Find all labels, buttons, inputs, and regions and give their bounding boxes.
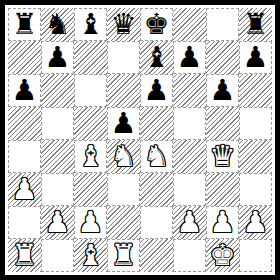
piece-white-rook-a1[interactable]: ♜ (12, 239, 38, 272)
square-a6[interactable]: ♟ (8, 74, 41, 107)
square-g3[interactable] (206, 173, 239, 206)
square-f6[interactable] (173, 74, 206, 107)
piece-white-knight-d4[interactable]: ♞ (111, 140, 137, 173)
square-a2[interactable] (8, 206, 41, 239)
square-d7[interactable] (107, 41, 140, 74)
piece-white-rook-d1[interactable]: ♜ (111, 239, 137, 272)
square-g2[interactable]: ♟ (206, 206, 239, 239)
square-h1[interactable] (239, 239, 272, 272)
square-h3[interactable] (239, 173, 272, 206)
square-d1[interactable]: ♜ (107, 239, 140, 272)
square-f4[interactable] (173, 140, 206, 173)
square-a3[interactable]: ♟ (8, 173, 41, 206)
square-c7[interactable] (74, 41, 107, 74)
square-f7[interactable]: ♟ (173, 41, 206, 74)
square-b5[interactable] (41, 107, 74, 140)
piece-black-pawn-f7[interactable]: ♟ (177, 41, 203, 74)
square-b2[interactable]: ♟ (41, 206, 74, 239)
square-d4[interactable]: ♞ (107, 140, 140, 173)
square-f2[interactable]: ♟ (173, 206, 206, 239)
piece-white-pawn-h2[interactable]: ♟ (243, 206, 269, 239)
piece-white-pawn-b2[interactable]: ♟ (45, 206, 71, 239)
piece-white-pawn-f2[interactable]: ♟ (177, 206, 203, 239)
square-a4[interactable] (8, 140, 41, 173)
square-f5[interactable] (173, 107, 206, 140)
square-e2[interactable] (140, 206, 173, 239)
square-e6[interactable]: ♟ (140, 74, 173, 107)
square-h6[interactable] (239, 74, 272, 107)
square-h5[interactable] (239, 107, 272, 140)
square-f3[interactable] (173, 173, 206, 206)
piece-black-queen-d8[interactable]: ♛ (111, 8, 137, 41)
square-g6[interactable]: ♟ (206, 74, 239, 107)
square-a8[interactable]: ♜ (8, 8, 41, 41)
square-b3[interactable] (41, 173, 74, 206)
square-f8[interactable] (173, 8, 206, 41)
square-b7[interactable]: ♟ (41, 41, 74, 74)
piece-black-pawn-g6[interactable]: ♟ (210, 74, 236, 107)
square-g5[interactable] (206, 107, 239, 140)
square-e3[interactable] (140, 173, 173, 206)
square-e1[interactable] (140, 239, 173, 272)
piece-black-knight-b8[interactable]: ♞ (45, 8, 71, 41)
square-e8[interactable]: ♚ (140, 8, 173, 41)
piece-black-rook-a8[interactable]: ♜ (12, 8, 38, 41)
square-d2[interactable] (107, 206, 140, 239)
square-g4[interactable]: ♛ (206, 140, 239, 173)
square-c1[interactable]: ♝ (74, 239, 107, 272)
square-c3[interactable] (74, 173, 107, 206)
piece-white-king-g1[interactable]: ♚ (210, 239, 236, 272)
piece-black-bishop-c8[interactable]: ♝ (78, 8, 104, 41)
square-c6[interactable] (74, 74, 107, 107)
square-g1[interactable]: ♚ (206, 239, 239, 272)
piece-white-bishop-c4[interactable]: ♝ (78, 140, 104, 173)
piece-black-pawn-a6[interactable]: ♟ (12, 74, 38, 107)
piece-black-pawn-e6[interactable]: ♟ (144, 74, 170, 107)
piece-black-king-e8[interactable]: ♚ (144, 8, 170, 41)
square-b4[interactable] (41, 140, 74, 173)
square-f1[interactable] (173, 239, 206, 272)
square-h8[interactable]: ♜ (239, 8, 272, 41)
square-a5[interactable] (8, 107, 41, 140)
square-g8[interactable] (206, 8, 239, 41)
board-frame: ♜♞♝♛♚♜♟♝♟♟♟♟♟♟♝♞♞♛♟♟♟♟♟♟♜♝♜♚ (0, 0, 280, 280)
square-d6[interactable] (107, 74, 140, 107)
square-h2[interactable]: ♟ (239, 206, 272, 239)
chess-board: ♜♞♝♛♚♜♟♝♟♟♟♟♟♟♝♞♞♛♟♟♟♟♟♟♜♝♜♚ (8, 8, 272, 272)
square-d3[interactable] (107, 173, 140, 206)
square-c8[interactable]: ♝ (74, 8, 107, 41)
piece-black-pawn-h7[interactable]: ♟ (243, 41, 269, 74)
square-e4[interactable]: ♞ (140, 140, 173, 173)
square-h4[interactable] (239, 140, 272, 173)
square-d5[interactable]: ♟ (107, 107, 140, 140)
square-c4[interactable]: ♝ (74, 140, 107, 173)
square-a7[interactable] (8, 41, 41, 74)
square-c5[interactable] (74, 107, 107, 140)
square-e7[interactable]: ♝ (140, 41, 173, 74)
piece-black-rook-h8[interactable]: ♜ (243, 8, 269, 41)
piece-white-pawn-c2[interactable]: ♟ (78, 206, 104, 239)
square-d8[interactable]: ♛ (107, 8, 140, 41)
piece-white-queen-g4[interactable]: ♛ (210, 140, 236, 173)
piece-white-knight-e4[interactable]: ♞ (144, 140, 170, 173)
square-a1[interactable]: ♜ (8, 239, 41, 272)
piece-black-pawn-b7[interactable]: ♟ (45, 41, 71, 74)
piece-white-pawn-g2[interactable]: ♟ (210, 206, 236, 239)
square-g7[interactable] (206, 41, 239, 74)
square-e5[interactable] (140, 107, 173, 140)
piece-black-pawn-d5[interactable]: ♟ (111, 107, 137, 140)
chess-diagram: ♜♞♝♛♚♜♟♝♟♟♟♟♟♟♝♞♞♛♟♟♟♟♟♟♜♝♜♚ (0, 0, 280, 280)
piece-black-bishop-e7[interactable]: ♝ (144, 41, 170, 74)
square-b1[interactable] (41, 239, 74, 272)
square-h7[interactable]: ♟ (239, 41, 272, 74)
square-b8[interactable]: ♞ (41, 8, 74, 41)
square-b6[interactable] (41, 74, 74, 107)
square-c2[interactable]: ♟ (74, 206, 107, 239)
piece-white-pawn-a3[interactable]: ♟ (12, 173, 38, 206)
piece-white-bishop-c1[interactable]: ♝ (78, 239, 104, 272)
